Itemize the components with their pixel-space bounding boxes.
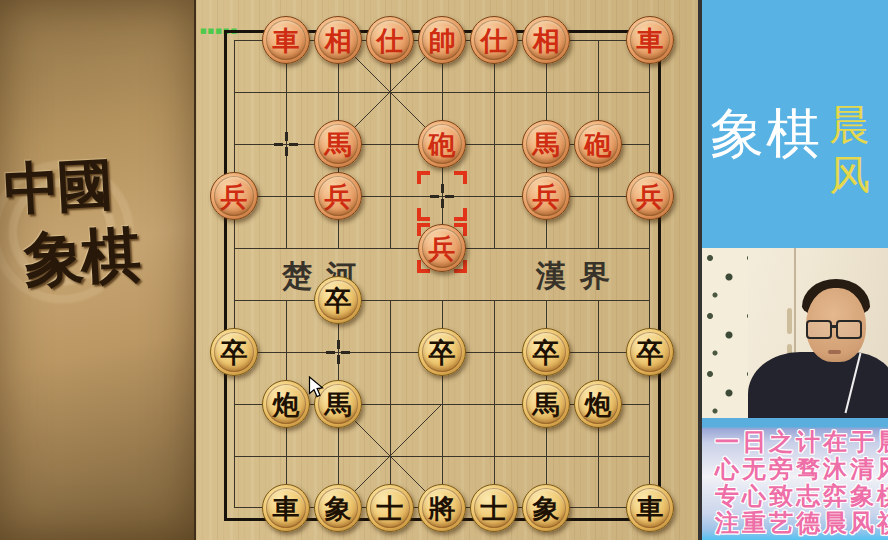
piece-red-chariot[interactable]: 車 (262, 16, 310, 64)
piece-black-soldier[interactable]: 卒 (626, 328, 674, 376)
glasses-right-lens (836, 320, 862, 339)
piece-red-cannon[interactable]: 砲 (574, 120, 622, 168)
brand-title: 象棋 (710, 98, 822, 171)
board-area: ■■■■■ (196, 0, 698, 540)
piece-red-general[interactable]: 帥 (418, 16, 466, 64)
piece-black-cannon[interactable]: 炮 (262, 380, 310, 428)
piece-black-soldier[interactable]: 卒 (418, 328, 466, 376)
left-decor-panel: 中國 象棋 (0, 0, 196, 540)
piece-black-soldier[interactable]: 卒 (210, 328, 258, 376)
piece-black-elephant[interactable]: 象 (314, 484, 362, 532)
webcam-background-curtain (702, 248, 748, 418)
slogan-line-4: 注重艺德晨风祺 (715, 510, 888, 537)
piece-red-chariot[interactable]: 車 (626, 16, 674, 64)
slogan-line-1: 一日之计在于晨 (715, 429, 888, 456)
piece-red-soldier[interactable]: 兵 (210, 172, 258, 220)
piece-black-elephant[interactable]: 象 (522, 484, 570, 532)
piece-black-soldier[interactable]: 卒 (314, 276, 362, 324)
piece-black-horse[interactable]: 馬 (522, 380, 570, 428)
piece-red-soldier[interactable]: 兵 (314, 172, 362, 220)
piece-red-horse[interactable]: 馬 (522, 120, 570, 168)
piece-red-elephant[interactable]: 相 (314, 16, 362, 64)
stream-side-panel: 象棋 晨 风 一日之计在于晨 心无旁骛沐清风 专心致志弈象棋 注重艺 (698, 0, 888, 540)
piece-black-cannon[interactable]: 炮 (574, 380, 622, 428)
piece-red-cannon[interactable]: 砲 (418, 120, 466, 168)
piece-red-advisor[interactable]: 仕 (366, 16, 414, 64)
brand-subtitle-char2: 风 (829, 150, 870, 200)
streamer-body (748, 352, 888, 418)
piece-black-soldier[interactable]: 卒 (522, 328, 570, 376)
piece-red-soldier[interactable]: 兵 (626, 172, 674, 220)
app-screen: 中國 象棋 ■■■■■ (0, 0, 888, 540)
piece-red-soldier[interactable]: 兵 (522, 172, 570, 220)
last-move-origin-marker (326, 340, 350, 364)
webcam-video (702, 248, 888, 418)
stream-header: 象棋 晨 风 (702, 0, 888, 248)
slogan-block: 一日之计在于晨 心无旁骛沐清风 专心致志弈象棋 注重艺德晨风祺 (715, 429, 888, 537)
board-grid[interactable]: 車相仕帥仕相車馬砲馬砲兵兵兵兵兵卒卒卒卒卒炮馬馬炮車象士將士象車 (208, 14, 676, 534)
glasses-left-lens (806, 320, 832, 339)
brand-subtitle: 晨 风 (829, 100, 870, 200)
left-panel-title-line2: 象棋 (22, 215, 140, 302)
glasses-bridge (830, 325, 836, 328)
piece-red-elephant[interactable]: 相 (522, 16, 570, 64)
piece-black-advisor[interactable]: 士 (366, 484, 414, 532)
piece-black-chariot[interactable]: 車 (626, 484, 674, 532)
slogan-footer: 一日之计在于晨 心无旁骛沐清风 专心致志弈象棋 注重艺德晨风祺 (702, 418, 888, 540)
piece-red-soldier[interactable]: 兵 (418, 224, 466, 272)
streamer-mouth (828, 350, 841, 354)
piece-red-advisor[interactable]: 仕 (470, 16, 518, 64)
brand-subtitle-char1: 晨 (829, 100, 870, 150)
piece-black-chariot[interactable]: 車 (262, 484, 310, 532)
mouse-cursor-icon (308, 376, 325, 399)
piece-black-general[interactable]: 將 (418, 484, 466, 532)
webcam-wardrobe-handle (787, 308, 792, 334)
slogan-line-2: 心无旁骛沐清风 (715, 456, 888, 483)
piece-black-advisor[interactable]: 士 (470, 484, 518, 532)
last-move-highlight-brackets (417, 171, 467, 221)
piece-red-horse[interactable]: 馬 (314, 120, 362, 168)
slogan-line-3: 专心致志弈象棋 (715, 483, 888, 510)
last-move-origin-marker (274, 132, 298, 156)
